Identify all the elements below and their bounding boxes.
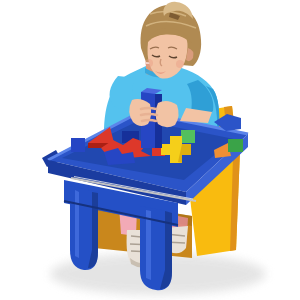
- left-cheek-blush: [145, 59, 153, 67]
- blue-cube-block: [71, 138, 85, 152]
- green-cube-behind: [181, 130, 195, 143]
- green-cube-right: [228, 139, 243, 152]
- right-hand: [156, 101, 179, 127]
- product-photo: [0, 0, 300, 300]
- scene-canvas: [0, 0, 300, 300]
- right-cheek-blush: [176, 60, 184, 68]
